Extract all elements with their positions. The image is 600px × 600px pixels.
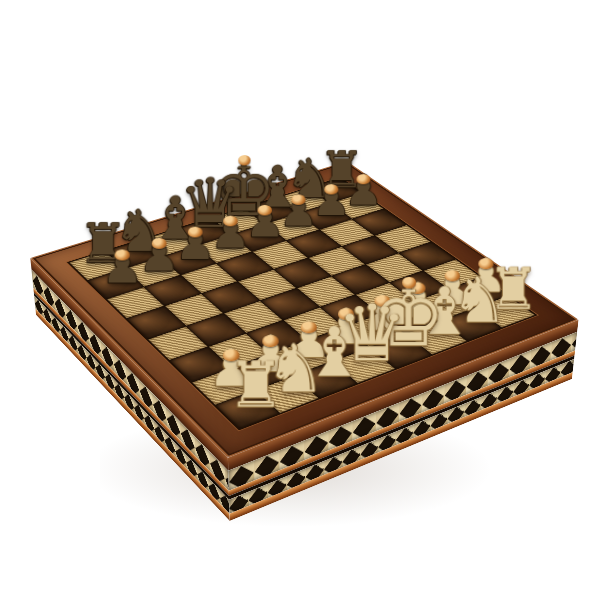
- square-b8: ♞: [106, 240, 160, 268]
- square-c6: [182, 264, 238, 294]
- black-king-e8: ♚: [212, 155, 276, 226]
- white-pawn-h2: ♟: [466, 252, 508, 298]
- square-f2: ♟: [380, 302, 439, 334]
- black-rook-h8: ♜: [319, 145, 365, 196]
- square-e1: ♚: [370, 334, 431, 368]
- board-frame: ♜♞♝♛♚♝♞♜♟♟♟♟♟♟♟♟♟♟♟♟♟♟♟♟♜♞♝♛♚♝♞♜: [30, 161, 578, 458]
- chess-board: ♜♞♝♛♚♝♞♜♟♟♟♟♟♟♟♟♟♟♟♟♟♟♟♟♜♞♝♛♚♝♞♜: [30, 161, 578, 458]
- chess-set-photo: ♜♞♝♛♚♝♞♜♟♟♟♟♟♟♟♟♟♟♟♟♟♟♟♟♜♞♝♛♚♝♞♜: [0, 0, 600, 600]
